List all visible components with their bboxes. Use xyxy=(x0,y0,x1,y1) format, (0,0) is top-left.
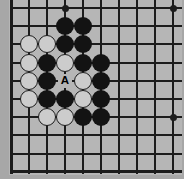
intersection xyxy=(92,108,110,126)
intersection xyxy=(20,35,38,53)
intersection xyxy=(74,90,92,108)
white-stone xyxy=(20,54,38,72)
intersection xyxy=(20,72,38,90)
intersection xyxy=(92,53,110,71)
intersection xyxy=(74,53,92,71)
white-stone xyxy=(38,108,56,126)
white-stone xyxy=(56,108,74,126)
intersection xyxy=(56,90,74,108)
intersection xyxy=(38,108,56,126)
intersection xyxy=(74,35,92,53)
black-stone xyxy=(74,108,92,126)
intersection xyxy=(56,35,74,53)
white-stone xyxy=(56,54,74,72)
white-stone xyxy=(20,72,38,90)
black-stone xyxy=(56,35,74,53)
black-stone xyxy=(38,90,56,108)
black-stone xyxy=(56,90,74,108)
go-problem-diagram: A xyxy=(0,0,184,179)
intersection xyxy=(56,108,74,126)
intersection xyxy=(20,53,38,71)
intersection xyxy=(56,53,74,71)
white-stone xyxy=(20,35,38,53)
intersection xyxy=(56,17,74,35)
white-stone xyxy=(38,35,56,53)
intersection xyxy=(74,108,92,126)
black-stone xyxy=(74,17,92,35)
white-stone xyxy=(74,90,92,108)
stones-layer: A xyxy=(2,0,182,179)
intersection xyxy=(38,72,56,90)
black-stone xyxy=(92,90,110,108)
intersection xyxy=(38,53,56,71)
white-stone xyxy=(74,72,92,90)
intersection xyxy=(38,35,56,53)
intersection xyxy=(92,72,110,90)
intersection xyxy=(92,90,110,108)
point-label-a: A xyxy=(58,74,72,88)
black-stone xyxy=(92,72,110,90)
intersection: A xyxy=(56,72,74,90)
black-stone xyxy=(74,54,92,72)
intersection xyxy=(38,90,56,108)
black-stone xyxy=(92,54,110,72)
black-stone xyxy=(92,108,110,126)
intersection xyxy=(74,17,92,35)
black-stone xyxy=(38,54,56,72)
black-stone xyxy=(56,17,74,35)
black-stone xyxy=(38,72,56,90)
white-stone xyxy=(20,90,38,108)
intersection xyxy=(20,90,38,108)
intersection xyxy=(74,72,92,90)
black-stone xyxy=(74,35,92,53)
